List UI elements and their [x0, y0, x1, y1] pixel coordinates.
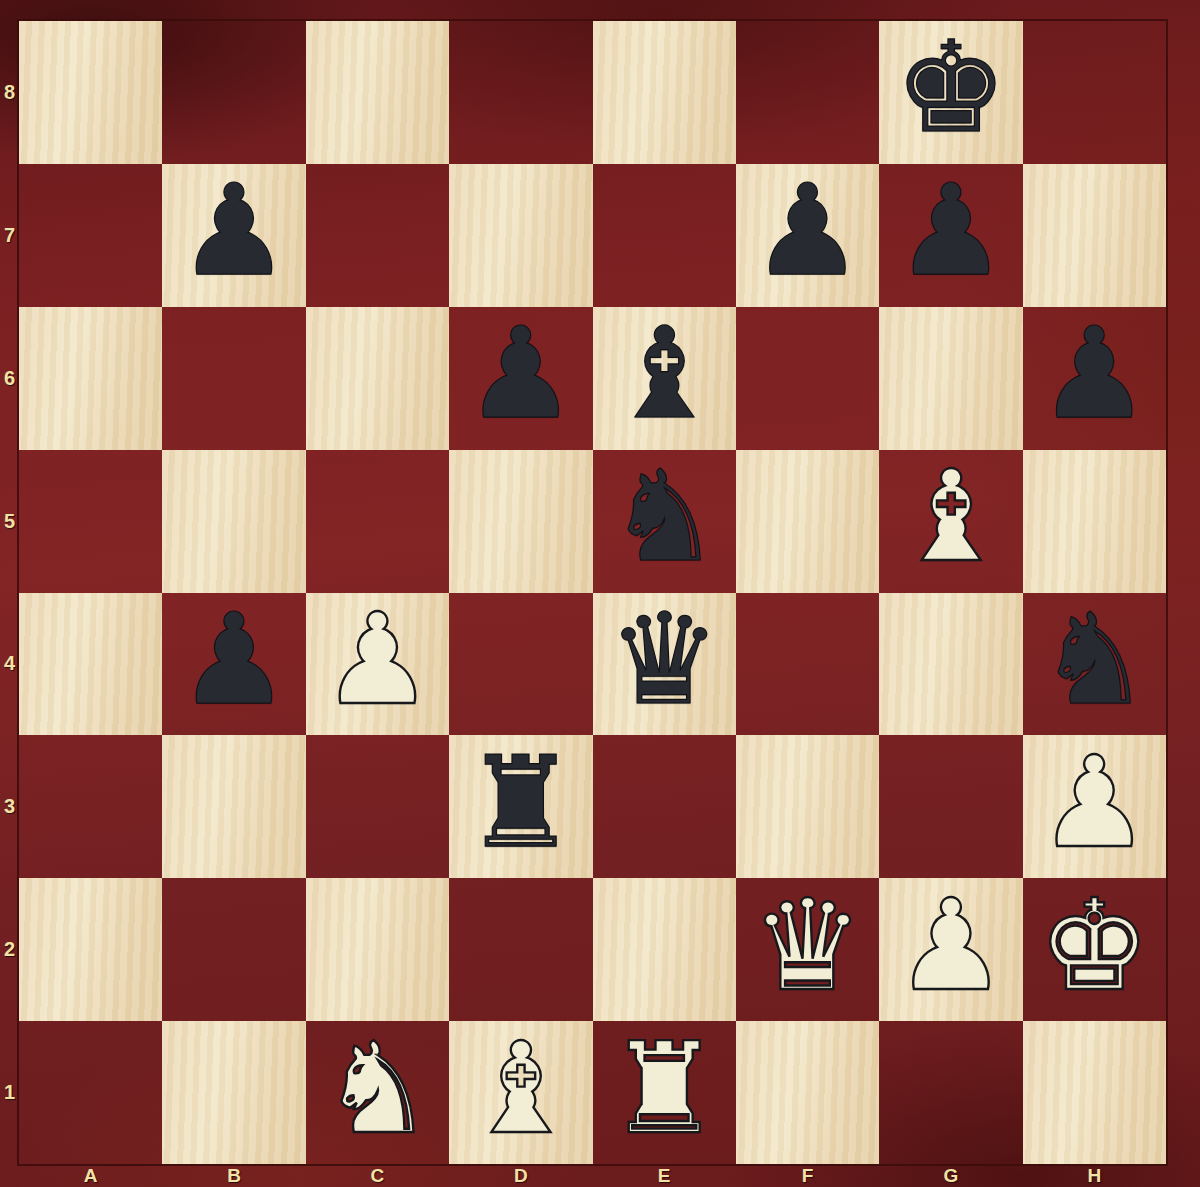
square-a6[interactable]	[19, 307, 162, 450]
square-e5[interactable]: ♞	[593, 450, 736, 593]
square-h1[interactable]	[1023, 1021, 1166, 1164]
file-label-c: C	[306, 1164, 449, 1187]
square-a2[interactable]	[19, 878, 162, 1021]
square-g8[interactable]: ♚	[879, 21, 1022, 164]
square-h2[interactable]: ♚	[1023, 878, 1166, 1021]
piece-black-pawn-d6[interactable]: ♟	[464, 311, 577, 437]
square-a4[interactable]	[19, 593, 162, 736]
square-f2[interactable]: ♛	[736, 878, 879, 1021]
square-b7[interactable]: ♟	[162, 164, 305, 307]
piece-black-pawn-b4[interactable]: ♟	[178, 597, 291, 723]
file-label-d: D	[449, 1164, 592, 1187]
rank-label-7: 7	[0, 164, 19, 307]
square-f6[interactable]	[736, 307, 879, 450]
square-c2[interactable]	[306, 878, 449, 1021]
file-label-f: F	[736, 1164, 879, 1187]
square-c6[interactable]	[306, 307, 449, 450]
file-labels: A B C D E F G H	[19, 1164, 1166, 1187]
square-d5[interactable]	[449, 450, 592, 593]
square-c3[interactable]	[306, 735, 449, 878]
square-b6[interactable]	[162, 307, 305, 450]
square-d4[interactable]	[449, 593, 592, 736]
square-b3[interactable]	[162, 735, 305, 878]
square-c8[interactable]	[306, 21, 449, 164]
piece-white-pawn-g2[interactable]: ♟	[894, 883, 1007, 1009]
square-c7[interactable]	[306, 164, 449, 307]
square-g1[interactable]	[879, 1021, 1022, 1164]
square-g5[interactable]: ♝	[879, 450, 1022, 593]
piece-white-rook-e1[interactable]: ♜	[608, 1026, 721, 1152]
square-e7[interactable]	[593, 164, 736, 307]
rank-labels: 8 7 6 5 4 3 2 1	[0, 21, 19, 1164]
square-a7[interactable]	[19, 164, 162, 307]
piece-black-pawn-g7[interactable]: ♟	[894, 168, 1007, 294]
chess-board: ♚♟♟♟♟♝♟♞♝♟♟♛♞♜♟♛♟♚♞♝♜	[19, 21, 1166, 1164]
square-f7[interactable]: ♟	[736, 164, 879, 307]
rank-label-3: 3	[0, 735, 19, 878]
square-d2[interactable]	[449, 878, 592, 1021]
square-g4[interactable]	[879, 593, 1022, 736]
square-a3[interactable]	[19, 735, 162, 878]
square-e1[interactable]: ♜	[593, 1021, 736, 1164]
piece-black-king-g8[interactable]: ♚	[894, 25, 1007, 151]
square-c1[interactable]: ♞	[306, 1021, 449, 1164]
piece-white-bishop-d1[interactable]: ♝	[464, 1026, 577, 1152]
square-h3[interactable]: ♟	[1023, 735, 1166, 878]
square-f8[interactable]	[736, 21, 879, 164]
rank-label-8: 8	[0, 21, 19, 164]
square-h4[interactable]: ♞	[1023, 593, 1166, 736]
square-d3[interactable]: ♜	[449, 735, 592, 878]
square-e2[interactable]	[593, 878, 736, 1021]
square-f1[interactable]	[736, 1021, 879, 1164]
piece-white-king-h2[interactable]: ♚	[1038, 883, 1151, 1009]
square-d8[interactable]	[449, 21, 592, 164]
file-label-a: A	[19, 1164, 162, 1187]
rank-label-2: 2	[0, 878, 19, 1021]
square-f3[interactable]	[736, 735, 879, 878]
rank-label-1: 1	[0, 1021, 19, 1164]
piece-black-pawn-f7[interactable]: ♟	[751, 168, 864, 294]
piece-white-pawn-h3[interactable]: ♟	[1038, 740, 1151, 866]
piece-black-knight-h4[interactable]: ♞	[1038, 597, 1151, 723]
square-e6[interactable]: ♝	[593, 307, 736, 450]
file-label-b: B	[162, 1164, 305, 1187]
piece-black-pawn-b7[interactable]: ♟	[178, 168, 291, 294]
piece-white-pawn-c4[interactable]: ♟	[321, 597, 434, 723]
square-g2[interactable]: ♟	[879, 878, 1022, 1021]
square-a8[interactable]	[19, 21, 162, 164]
square-h6[interactable]: ♟	[1023, 307, 1166, 450]
square-b8[interactable]	[162, 21, 305, 164]
square-d7[interactable]	[449, 164, 592, 307]
square-c5[interactable]	[306, 450, 449, 593]
square-b5[interactable]	[162, 450, 305, 593]
square-g6[interactable]	[879, 307, 1022, 450]
piece-white-bishop-g5[interactable]: ♝	[894, 454, 1007, 580]
square-b1[interactable]	[162, 1021, 305, 1164]
square-a5[interactable]	[19, 450, 162, 593]
file-label-g: G	[879, 1164, 1022, 1187]
square-h5[interactable]	[1023, 450, 1166, 593]
piece-black-knight-e5[interactable]: ♞	[608, 454, 721, 580]
rank-label-5: 5	[0, 450, 19, 593]
board-frame: ♚♟♟♟♟♝♟♞♝♟♟♛♞♜♟♛♟♚♞♝♜ 8 7 6 5 4 3 2 1 A …	[0, 0, 1200, 1187]
square-a1[interactable]	[19, 1021, 162, 1164]
piece-black-rook-d3[interactable]: ♜	[464, 740, 577, 866]
square-e8[interactable]	[593, 21, 736, 164]
piece-white-queen-f2[interactable]: ♛	[751, 883, 864, 1009]
square-e3[interactable]	[593, 735, 736, 878]
square-h8[interactable]	[1023, 21, 1166, 164]
square-b2[interactable]	[162, 878, 305, 1021]
file-label-h: H	[1023, 1164, 1166, 1187]
square-e4[interactable]: ♛	[593, 593, 736, 736]
piece-black-queen-e4[interactable]: ♛	[608, 597, 721, 723]
piece-black-pawn-h6[interactable]: ♟	[1038, 311, 1151, 437]
square-f5[interactable]	[736, 450, 879, 593]
rank-label-4: 4	[0, 593, 19, 736]
square-b4[interactable]: ♟	[162, 593, 305, 736]
piece-white-knight-c1[interactable]: ♞	[321, 1026, 434, 1152]
file-label-e: E	[593, 1164, 736, 1187]
rank-label-6: 6	[0, 307, 19, 450]
square-c4[interactable]: ♟	[306, 593, 449, 736]
square-h7[interactable]	[1023, 164, 1166, 307]
square-f4[interactable]	[736, 593, 879, 736]
square-d6[interactable]: ♟	[449, 307, 592, 450]
square-g7[interactable]: ♟	[879, 164, 1022, 307]
square-d1[interactable]: ♝	[449, 1021, 592, 1164]
piece-black-bishop-e6[interactable]: ♝	[608, 311, 721, 437]
square-g3[interactable]	[879, 735, 1022, 878]
